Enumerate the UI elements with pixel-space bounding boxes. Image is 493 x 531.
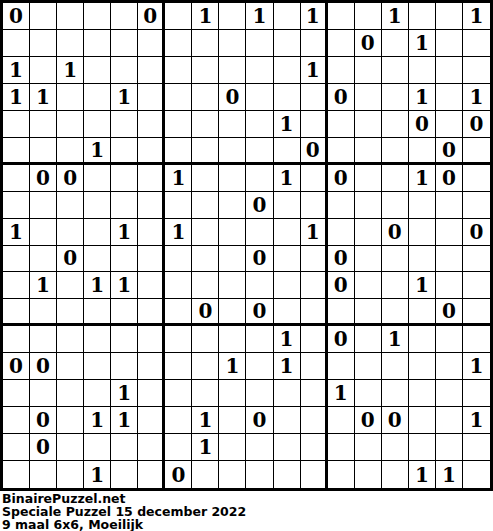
cell-r4c14-empty[interactable] [355,84,382,111]
cell-r10c1-empty[interactable] [3,246,30,273]
cell-r12c7-empty[interactable] [165,299,192,326]
cell-r17c16-empty[interactable] [409,434,436,461]
cell-r14c7-empty[interactable] [165,353,192,380]
cell-r15c3-empty[interactable] [57,380,84,407]
cell-r6c14-empty[interactable] [355,138,382,165]
cell-r6c12-given-0: 0 [301,138,328,165]
cell-r1c3-empty[interactable] [57,3,84,30]
cell-r3c9-empty[interactable] [219,57,246,84]
cell-r16c8-given-1: 1 [192,407,219,434]
cell-r8c1-empty[interactable] [3,192,30,219]
cell-r4c11-empty[interactable] [274,84,301,111]
cell-r12c18-empty[interactable] [463,299,490,326]
cell-r8c16-empty[interactable] [409,192,436,219]
cell-r8c6-empty[interactable] [138,192,165,219]
cell-r6c6-empty[interactable] [138,138,165,165]
cell-r18c5-empty[interactable] [111,461,138,488]
cell-r1c14-empty[interactable] [355,3,382,30]
puzzle-subtitle: 9 maal 6x6, Moeilijk [2,518,493,531]
cell-r9c15-given-0: 0 [382,219,409,246]
cell-r15c4-empty[interactable] [84,380,111,407]
cell-r1c7-empty[interactable] [165,3,192,30]
cell-r1c17-empty[interactable] [436,3,463,30]
cell-r11c6-empty[interactable] [138,272,165,299]
cell-r4c3-empty[interactable] [57,84,84,111]
cell-r16c16-empty[interactable] [409,407,436,434]
cell-r13c16-empty[interactable] [409,326,436,353]
cell-r7c10-empty[interactable] [246,165,273,192]
cell-r17c13-empty[interactable] [328,434,355,461]
cell-r16c5-given-1: 1 [111,407,138,434]
cell-r2c18-empty[interactable] [463,30,490,57]
cell-r18c15-empty[interactable] [382,461,409,488]
cell-r9c8-empty[interactable] [192,219,219,246]
cell-r4c15-empty[interactable] [382,84,409,111]
cell-r3c5-empty[interactable] [111,57,138,84]
cell-r3c11-empty[interactable] [274,57,301,84]
cell-r14c15-empty[interactable] [382,353,409,380]
cell-r1c11-empty[interactable] [274,3,301,30]
cell-r8c13-empty[interactable] [328,192,355,219]
cell-r18c1-empty[interactable] [3,461,30,488]
cell-r13c2-empty[interactable] [30,326,57,353]
cell-r6c9-empty[interactable] [219,138,246,165]
cell-r5c2-empty[interactable] [30,111,57,138]
footer: BinairePuzzel.net Speciale Puzzel 15 dec… [0,491,493,531]
cell-r11c8-empty[interactable] [192,272,219,299]
puzzle-page: 0011111011111110011100100001101001111000… [0,0,493,531]
cell-r6c16-empty[interactable] [409,138,436,165]
cell-r11c12-empty[interactable] [301,272,328,299]
cell-r17c5-empty[interactable] [111,434,138,461]
cell-r13c1-empty[interactable] [3,326,30,353]
cell-r4c7-empty[interactable] [165,84,192,111]
cell-r1c2-empty[interactable] [30,3,57,30]
cell-r5c14-empty[interactable] [355,111,382,138]
cell-r17c7-empty[interactable] [165,434,192,461]
cell-r5c12-empty[interactable] [301,111,328,138]
cell-r8c8-empty[interactable] [192,192,219,219]
cell-r17c8-given-1: 1 [192,434,219,461]
cell-r11c16-given-1: 1 [409,272,436,299]
cell-r15c6-empty[interactable] [138,380,165,407]
cell-r2c3-empty[interactable] [57,30,84,57]
cell-r8c15-empty[interactable] [382,192,409,219]
cell-r17c1-empty[interactable] [3,434,30,461]
cell-r3c2-empty[interactable] [30,57,57,84]
cell-r16c12-empty[interactable] [301,407,328,434]
cell-r9c4-empty[interactable] [84,219,111,246]
cell-r15c11-empty[interactable] [274,380,301,407]
cell-r12c9-empty[interactable] [219,299,246,326]
cell-r2c4-empty[interactable] [84,30,111,57]
cell-r4c5-given-1: 1 [111,84,138,111]
cell-r18c11-empty[interactable] [274,461,301,488]
cell-r18c12-empty[interactable] [301,461,328,488]
cell-r14c8-empty[interactable] [192,353,219,380]
cell-r3c15-empty[interactable] [382,57,409,84]
cell-r13c6-empty[interactable] [138,326,165,353]
cell-r8c18-empty[interactable] [463,192,490,219]
cell-r15c16-empty[interactable] [409,380,436,407]
cell-r17c10-empty[interactable] [246,434,273,461]
cell-r7c15-empty[interactable] [382,165,409,192]
cell-r13c4-empty[interactable] [84,326,111,353]
cell-r11c17-empty[interactable] [436,272,463,299]
cell-r18c2-empty[interactable] [30,461,57,488]
cell-r18c17-given-1: 1 [436,461,463,488]
cell-r8c2-empty[interactable] [30,192,57,219]
cell-r2c17-empty[interactable] [436,30,463,57]
cell-r2c10-empty[interactable] [246,30,273,57]
cell-r9c10-empty[interactable] [246,219,273,246]
cell-r4c4-empty[interactable] [84,84,111,111]
cell-r12c17-given-0: 0 [436,299,463,326]
cell-r4c17-empty[interactable] [436,84,463,111]
cell-r16c1-empty[interactable] [3,407,30,434]
cell-r5c6-empty[interactable] [138,111,165,138]
cell-r10c9-empty[interactable] [219,246,246,273]
cell-r18c10-empty[interactable] [246,461,273,488]
cell-r7c6-empty[interactable] [138,165,165,192]
cell-r3c18-empty[interactable] [463,57,490,84]
cell-r15c1-empty[interactable] [3,380,30,407]
cell-r15c2-empty[interactable] [30,380,57,407]
cell-r3c13-empty[interactable] [328,57,355,84]
cell-r18c8-empty[interactable] [192,461,219,488]
cell-r13c11-given-1: 1 [274,326,301,353]
cell-r18c13-empty[interactable] [328,461,355,488]
cell-r2c12-empty[interactable] [301,30,328,57]
cell-r1c8-given-1: 1 [192,3,219,30]
cell-r1c5-empty[interactable] [111,3,138,30]
cell-r14c14-empty[interactable] [355,353,382,380]
cell-r16c14-given-0: 0 [355,407,382,434]
cell-r1c18-given-1: 1 [463,3,490,30]
cell-r17c3-empty[interactable] [57,434,84,461]
cell-r10c3-given-0: 0 [57,246,84,273]
cell-r13c7-empty[interactable] [165,326,192,353]
cell-r16c3-empty[interactable] [57,407,84,434]
cell-r15c17-empty[interactable] [436,380,463,407]
cell-r8c11-empty[interactable] [274,192,301,219]
cell-r11c15-empty[interactable] [382,272,409,299]
cell-r14c1-given-0: 0 [3,353,30,380]
cell-r7c4-empty[interactable] [84,165,111,192]
cell-r15c13-given-1: 1 [328,380,355,407]
cell-r6c15-empty[interactable] [382,138,409,165]
cell-r15c9-empty[interactable] [219,380,246,407]
cell-r6c18-empty[interactable] [463,138,490,165]
cell-r5c18-given-0: 0 [463,111,490,138]
cell-r15c7-empty[interactable] [165,380,192,407]
cell-r10c17-empty[interactable] [436,246,463,273]
cell-r10c14-empty[interactable] [355,246,382,273]
cell-r9c6-empty[interactable] [138,219,165,246]
cell-r13c13-given-0: 0 [328,326,355,353]
cell-r10c5-empty[interactable] [111,246,138,273]
cell-r10c11-empty[interactable] [274,246,301,273]
cell-r1c16-empty[interactable] [409,3,436,30]
cell-r9c9-empty[interactable] [219,219,246,246]
cell-r6c2-empty[interactable] [30,138,57,165]
cell-r4c12-empty[interactable] [301,84,328,111]
cell-r7c3-given-0: 0 [57,165,84,192]
cell-r14c16-empty[interactable] [409,353,436,380]
cell-r7c18-empty[interactable] [463,165,490,192]
cell-r9c16-empty[interactable] [409,219,436,246]
cell-r2c13-empty[interactable] [328,30,355,57]
cell-r5c16-given-0: 0 [409,111,436,138]
cell-r15c14-empty[interactable] [355,380,382,407]
cell-r10c6-empty[interactable] [138,246,165,273]
cell-r14c3-empty[interactable] [57,353,84,380]
cell-r16c10-given-0: 0 [246,407,273,434]
cell-r13c9-empty[interactable] [219,326,246,353]
cell-r8c3-empty[interactable] [57,192,84,219]
cell-r3c8-empty[interactable] [192,57,219,84]
cell-r17c18-empty[interactable] [463,434,490,461]
cell-r5c15-empty[interactable] [382,111,409,138]
cell-r6c13-empty[interactable] [328,138,355,165]
cell-r1c4-empty[interactable] [84,3,111,30]
cell-r6c8-empty[interactable] [192,138,219,165]
cell-r15c18-empty[interactable] [463,380,490,407]
cell-r12c5-empty[interactable] [111,299,138,326]
cell-r7c8-empty[interactable] [192,165,219,192]
cell-r18c4-given-1: 1 [84,461,111,488]
cell-r9c18-given-0: 0 [463,219,490,246]
cell-r14c18-given-1: 1 [463,353,490,380]
cell-r9c2-empty[interactable] [30,219,57,246]
cell-r4c2-given-1: 1 [30,84,57,111]
cell-r16c17-empty[interactable] [436,407,463,434]
cell-r16c18-given-1: 1 [463,407,490,434]
cell-r13c10-empty[interactable] [246,326,273,353]
cell-r11c1-empty[interactable] [3,272,30,299]
cell-r17c6-empty[interactable] [138,434,165,461]
cell-r14c17-empty[interactable] [436,353,463,380]
cell-r9c7-given-1: 1 [165,219,192,246]
cell-r5c17-empty[interactable] [436,111,463,138]
cell-r4c8-empty[interactable] [192,84,219,111]
cell-r7c17-given-0: 0 [436,165,463,192]
cell-r6c11-empty[interactable] [274,138,301,165]
cell-r14c4-empty[interactable] [84,353,111,380]
cell-r1c13-empty[interactable] [328,3,355,30]
cell-r9c13-empty[interactable] [328,219,355,246]
cell-r5c10-empty[interactable] [246,111,273,138]
cell-r3c17-empty[interactable] [436,57,463,84]
cell-r10c2-empty[interactable] [30,246,57,273]
cell-r11c10-empty[interactable] [246,272,273,299]
cell-r13c18-empty[interactable] [463,326,490,353]
cell-r6c1-empty[interactable] [3,138,30,165]
cell-r5c13-empty[interactable] [328,111,355,138]
cell-r7c7-given-1: 1 [165,165,192,192]
cell-r2c15-empty[interactable] [382,30,409,57]
cell-r9c5-given-1: 1 [111,219,138,246]
cell-r5c1-empty[interactable] [3,111,30,138]
cell-r5c5-empty[interactable] [111,111,138,138]
cell-r2c7-empty[interactable] [165,30,192,57]
cell-r11c14-empty[interactable] [355,272,382,299]
cell-r16c7-empty[interactable] [165,407,192,434]
cell-r11c7-empty[interactable] [165,272,192,299]
cell-r12c4-empty[interactable] [84,299,111,326]
cell-r15c12-empty[interactable] [301,380,328,407]
cell-r2c2-empty[interactable] [30,30,57,57]
cell-r16c15-given-0: 0 [382,407,409,434]
cell-r1c9-empty[interactable] [219,3,246,30]
cell-r7c1-empty[interactable] [3,165,30,192]
cell-r10c12-empty[interactable] [301,246,328,273]
cell-r12c15-empty[interactable] [382,299,409,326]
cell-r9c3-empty[interactable] [57,219,84,246]
cell-r5c8-empty[interactable] [192,111,219,138]
cell-r5c3-empty[interactable] [57,111,84,138]
cell-r5c7-empty[interactable] [165,111,192,138]
cell-r4c13-given-0: 0 [328,84,355,111]
cell-r12c16-empty[interactable] [409,299,436,326]
cell-r13c15-given-1: 1 [382,326,409,353]
cell-r15c8-empty[interactable] [192,380,219,407]
cell-r2c1-empty[interactable] [3,30,30,57]
cell-r15c5-given-1: 1 [111,380,138,407]
cell-r8c17-empty[interactable] [436,192,463,219]
cell-r12c1-empty[interactable] [3,299,30,326]
cell-r14c6-empty[interactable] [138,353,165,380]
cell-r14c5-empty[interactable] [111,353,138,380]
cell-r13c5-empty[interactable] [111,326,138,353]
cell-r2c9-empty[interactable] [219,30,246,57]
cell-r9c11-empty[interactable] [274,219,301,246]
cell-r2c5-empty[interactable] [111,30,138,57]
cell-r4c6-empty[interactable] [138,84,165,111]
cell-r4c16-given-1: 1 [409,84,436,111]
cell-r3c6-empty[interactable] [138,57,165,84]
cell-r18c14-empty[interactable] [355,461,382,488]
cell-r8c12-empty[interactable] [301,192,328,219]
cell-r3c4-empty[interactable] [84,57,111,84]
cell-r13c12-empty[interactable] [301,326,328,353]
cell-r3c14-empty[interactable] [355,57,382,84]
cell-r12c6-empty[interactable] [138,299,165,326]
cell-r10c4-empty[interactable] [84,246,111,273]
cell-r17c4-empty[interactable] [84,434,111,461]
cell-r14c10-empty[interactable] [246,353,273,380]
cell-r10c8-empty[interactable] [192,246,219,273]
cell-r17c11-empty[interactable] [274,434,301,461]
cell-r1c10-given-1: 1 [246,3,273,30]
cell-r14c11-given-1: 1 [274,353,301,380]
cell-r16c9-empty[interactable] [219,407,246,434]
cell-r7c12-empty[interactable] [301,165,328,192]
cell-r5c9-empty[interactable] [219,111,246,138]
cell-r8c4-empty[interactable] [84,192,111,219]
cell-r13c8-empty[interactable] [192,326,219,353]
cell-r17c17-empty[interactable] [436,434,463,461]
cell-r11c9-empty[interactable] [219,272,246,299]
cell-r18c7-given-0: 0 [165,461,192,488]
cell-r14c13-empty[interactable] [328,353,355,380]
cell-r18c18-empty[interactable] [463,461,490,488]
cell-r2c11-empty[interactable] [274,30,301,57]
cell-r7c5-empty[interactable] [111,165,138,192]
cell-r18c6-empty[interactable] [138,461,165,488]
cell-r16c6-empty[interactable] [138,407,165,434]
cell-r12c13-empty[interactable] [328,299,355,326]
cell-r12c14-empty[interactable] [355,299,382,326]
cell-r12c2-empty[interactable] [30,299,57,326]
cell-r6c5-empty[interactable] [111,138,138,165]
cell-r17c12-empty[interactable] [301,434,328,461]
cell-r2c16-given-1: 1 [409,30,436,57]
cell-r11c18-empty[interactable] [463,272,490,299]
cell-r17c15-empty[interactable] [382,434,409,461]
cell-r13c17-empty[interactable] [436,326,463,353]
cell-r14c12-empty[interactable] [301,353,328,380]
cell-r4c10-empty[interactable] [246,84,273,111]
cell-r3c10-empty[interactable] [246,57,273,84]
cell-r12c3-empty[interactable] [57,299,84,326]
cell-r2c6-empty[interactable] [138,30,165,57]
cell-r7c9-empty[interactable] [219,165,246,192]
cell-r7c14-empty[interactable] [355,165,382,192]
cell-r12c11-empty[interactable] [274,299,301,326]
cell-r9c14-empty[interactable] [355,219,382,246]
cell-r18c3-empty[interactable] [57,461,84,488]
cell-r8c14-empty[interactable] [355,192,382,219]
cell-r8c7-empty[interactable] [165,192,192,219]
cell-r6c3-empty[interactable] [57,138,84,165]
cell-r1c6-given-0: 0 [138,3,165,30]
cell-r8c5-empty[interactable] [111,192,138,219]
cell-r17c14-empty[interactable] [355,434,382,461]
cell-r10c7-empty[interactable] [165,246,192,273]
cell-r8c9-empty[interactable] [219,192,246,219]
cell-r3c16-empty[interactable] [409,57,436,84]
cell-r12c10-given-0: 0 [246,299,273,326]
cell-r13c14-empty[interactable] [355,326,382,353]
cell-r10c18-empty[interactable] [463,246,490,273]
cell-r5c4-empty[interactable] [84,111,111,138]
cell-r6c10-empty[interactable] [246,138,273,165]
cell-r16c13-empty[interactable] [328,407,355,434]
cell-r16c11-empty[interactable] [274,407,301,434]
cell-r10c15-empty[interactable] [382,246,409,273]
cell-r10c10-given-0: 0 [246,246,273,273]
cell-r11c5-given-1: 1 [111,272,138,299]
cell-r11c11-empty[interactable] [274,272,301,299]
cell-r15c15-empty[interactable] [382,380,409,407]
cell-r15c10-empty[interactable] [246,380,273,407]
cell-r17c9-empty[interactable] [219,434,246,461]
cell-r12c12-empty[interactable] [301,299,328,326]
cell-r9c17-empty[interactable] [436,219,463,246]
cell-r4c9-given-0: 0 [219,84,246,111]
cell-r13c3-empty[interactable] [57,326,84,353]
cell-r3c7-empty[interactable] [165,57,192,84]
cell-r18c9-empty[interactable] [219,461,246,488]
binary-puzzle-board: 0011111011111110011100100001101001111000… [0,0,493,491]
cell-r1c12-given-1: 1 [301,3,328,30]
cell-r11c3-empty[interactable] [57,272,84,299]
cell-r10c16-empty[interactable] [409,246,436,273]
cell-r2c8-empty[interactable] [192,30,219,57]
cell-r6c7-empty[interactable] [165,138,192,165]
cell-r16c4-given-1: 1 [84,407,111,434]
